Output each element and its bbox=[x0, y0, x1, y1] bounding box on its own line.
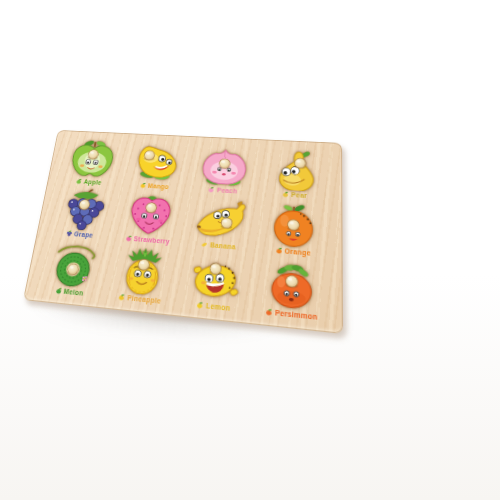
slot-persimmon: Persimmon bbox=[251, 255, 331, 325]
peach-label-icon bbox=[208, 186, 216, 193]
apple-label-icon bbox=[75, 178, 82, 185]
slot-mango: Mango bbox=[120, 139, 193, 193]
label-pear: Pear bbox=[282, 190, 307, 200]
slot-pear: Pear bbox=[258, 145, 332, 202]
lemon-peg-knob[interactable] bbox=[209, 262, 222, 275]
slot-pineapple: Pineapple bbox=[103, 243, 182, 309]
banana-label-icon bbox=[200, 241, 208, 249]
piece-melon[interactable] bbox=[41, 238, 107, 290]
slot-grape: Grape bbox=[45, 185, 120, 243]
mango-graphic bbox=[126, 139, 188, 183]
pear-label-text: Pear bbox=[291, 190, 307, 200]
piece-apple[interactable] bbox=[62, 136, 123, 179]
pear-peg-knob[interactable] bbox=[294, 158, 306, 169]
slot-strawberry: Strawberry bbox=[112, 189, 187, 249]
puzzle-board: Apple Mango bbox=[23, 130, 343, 334]
apple-label-text: Apple bbox=[83, 178, 102, 187]
piece-persimmon[interactable] bbox=[257, 255, 325, 312]
pear-graphic bbox=[263, 146, 326, 193]
label-apple: Apple bbox=[75, 177, 102, 187]
piece-lemon[interactable] bbox=[182, 249, 250, 304]
pear-label-icon bbox=[282, 191, 290, 198]
mango-label-icon bbox=[139, 182, 147, 189]
lemon-label-icon bbox=[196, 300, 204, 308]
piece-mango[interactable] bbox=[126, 139, 188, 183]
lemon-graphic bbox=[182, 249, 250, 304]
grape-label-text: Grape bbox=[73, 230, 93, 240]
melon-label-icon bbox=[54, 286, 62, 294]
grape-label-icon bbox=[65, 230, 73, 237]
slot-peach: Peach bbox=[187, 142, 260, 198]
slot-orange: Orange bbox=[255, 198, 332, 261]
piece-pineapple[interactable] bbox=[110, 243, 177, 297]
melon-graphic bbox=[41, 238, 107, 290]
slot-banana: Banana bbox=[182, 193, 258, 254]
slot-apple: Apple bbox=[56, 136, 128, 189]
slot-lemon: Lemon bbox=[175, 249, 254, 317]
slot-melon: Melon bbox=[34, 237, 112, 301]
pineapple-graphic bbox=[110, 243, 177, 297]
piece-banana[interactable] bbox=[188, 194, 253, 244]
strawberry-label-icon bbox=[124, 235, 132, 242]
peach-label-text: Peach bbox=[217, 186, 238, 196]
grape-graphic bbox=[52, 185, 115, 232]
pineapple-label-icon bbox=[118, 293, 126, 301]
orange-graphic bbox=[261, 198, 327, 250]
orange-label-icon bbox=[275, 247, 283, 255]
strawberry-graphic bbox=[118, 189, 182, 238]
persimmon-label-icon bbox=[265, 307, 273, 316]
apple-graphic bbox=[62, 136, 123, 179]
product-photo-stage: Apple Mango bbox=[0, 0, 500, 500]
piece-peach[interactable] bbox=[193, 142, 255, 187]
banana-graphic bbox=[188, 194, 253, 244]
piece-grape[interactable] bbox=[52, 185, 115, 232]
puzzle-grid: Apple Mango bbox=[34, 136, 332, 325]
peach-graphic bbox=[193, 142, 255, 187]
mango-label-text: Mango bbox=[147, 181, 169, 191]
piece-orange[interactable] bbox=[261, 198, 327, 250]
piece-strawberry[interactable] bbox=[118, 189, 182, 238]
persimmon-graphic bbox=[257, 255, 325, 312]
piece-pear[interactable] bbox=[263, 146, 326, 193]
